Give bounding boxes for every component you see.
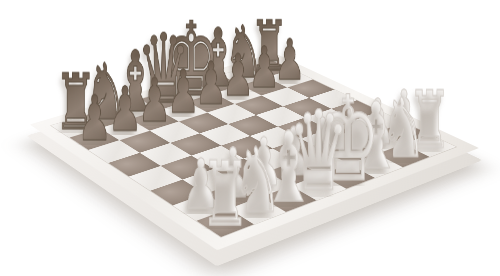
- chess-set-photo: ♜♞♝♛♚♝♞♜♟♟♟♟♟♟♟♟♟♟♟♟♟♟♟♟♜♞♝♛♚♝♞♜: [0, 0, 500, 276]
- square-a7: ♟: [70, 128, 120, 150]
- square-a1: ♜: [196, 209, 254, 237]
- board-grid: ♜♞♝♛♚♝♞♜♟♟♟♟♟♟♟♟♟♟♟♟♟♟♟♟♜♞♝♛♚♝♞♜: [51, 60, 455, 237]
- white-rook: ♜: [154, 150, 296, 239]
- board-frame: ♜♞♝♛♚♝♞♜♟♟♟♟♟♟♟♟♟♟♟♟♟♟♟♟♜♞♝♛♚♝♞♜: [30, 53, 479, 250]
- chess-board: ♜♞♝♛♚♝♞♜♟♟♟♟♟♟♟♟♟♟♟♟♟♟♟♟♜♞♝♛♚♝♞♜: [30, 53, 479, 250]
- perspective-wrapper: ♜♞♝♛♚♝♞♜♟♟♟♟♟♟♟♟♟♟♟♟♟♟♟♟♜♞♝♛♚♝♞♜: [0, 0, 500, 276]
- black-pawn: ♟: [32, 88, 157, 150]
